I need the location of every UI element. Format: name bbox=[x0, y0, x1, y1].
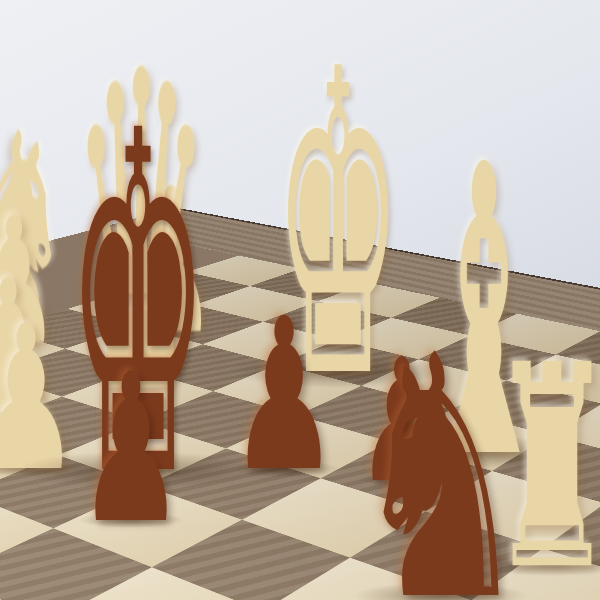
black-pawn-left[interactable]: ♟ bbox=[78, 347, 185, 552]
chess-set-photo: ♞♟♟♟♛♟♚♝♚♟♟♟♞♜ bbox=[0, 0, 600, 600]
black-knight[interactable]: ♞ bbox=[351, 312, 531, 600]
pieces-layer: ♞♟♟♟♛♟♚♝♚♟♟♟♞♜ bbox=[0, 0, 600, 600]
black-pawn-center[interactable]: ♟ bbox=[229, 291, 338, 501]
